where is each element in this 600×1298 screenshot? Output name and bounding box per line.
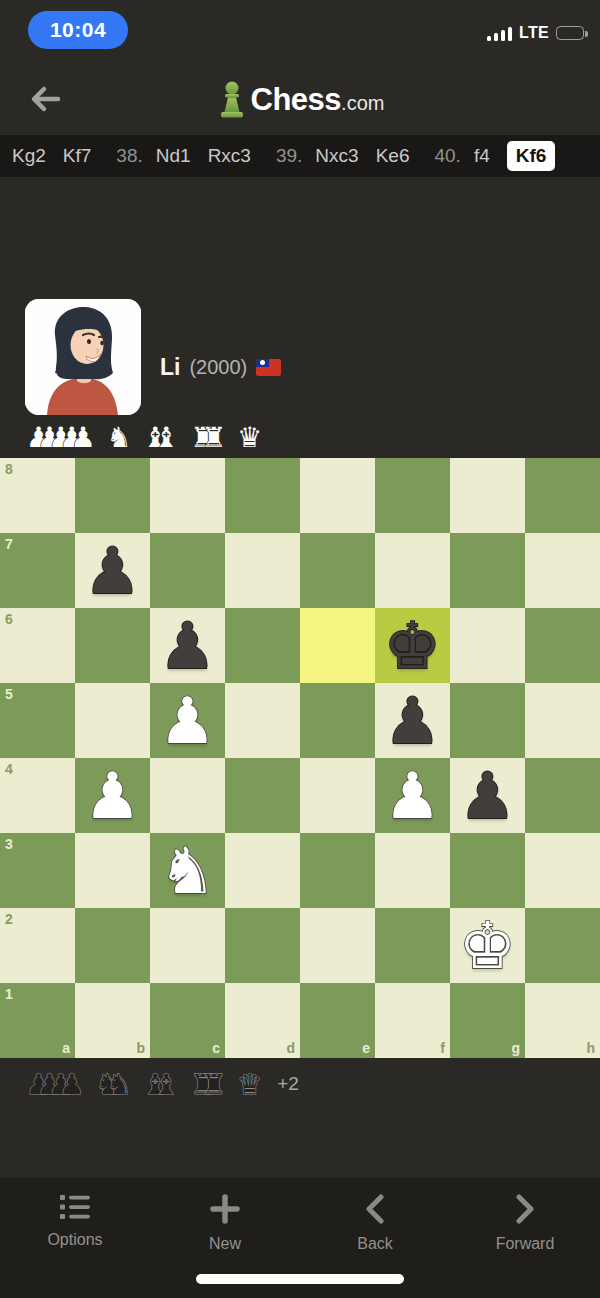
file-label-g: g [511, 1040, 520, 1056]
square-e7[interactable] [300, 533, 375, 608]
square-d4[interactable] [225, 758, 300, 833]
square-e8[interactable] [300, 458, 375, 533]
options-list-icon [60, 1194, 90, 1220]
rank-label-3: 3 [5, 836, 13, 852]
square-c8[interactable] [150, 458, 225, 533]
captured-bishop-group: ♝♝ [143, 1070, 179, 1100]
square-c3[interactable]: ♞ [150, 833, 225, 908]
move-list: Kg2Kf738.Nd1Rxc339.Nxc3Ke640.f4Kf6 [0, 135, 600, 177]
rank-label-6: 6 [5, 611, 13, 627]
home-indicator-handle[interactable] [196, 1274, 404, 1284]
app-screen: 10:04 LTE Chess .com [0, 0, 600, 1298]
square-d6[interactable] [225, 608, 300, 683]
white-knight-c3[interactable]: ♞ [150, 833, 225, 908]
logo-suffix: .com [341, 92, 384, 115]
chess-board: 87♟6♟♚5♟♟4♟♟♟3♞2♚1abcdefgh [0, 458, 600, 1058]
square-b1[interactable]: b [75, 983, 150, 1058]
white-pawn-f4[interactable]: ♟ [375, 758, 450, 833]
square-a1[interactable]: 1a [0, 983, 75, 1058]
square-e2[interactable] [300, 908, 375, 983]
square-f7[interactable] [375, 533, 450, 608]
square-b8[interactable] [75, 458, 150, 533]
captured-queen-group: ♛ [237, 1070, 262, 1100]
square-g7[interactable] [450, 533, 525, 608]
move-item[interactable]: Kf7 [63, 145, 92, 167]
square-c7[interactable] [150, 533, 225, 608]
captured-bishop-icon: ♝ [154, 1070, 179, 1100]
plus-icon [210, 1194, 240, 1224]
captured-bishop-group: ♝♝ [143, 423, 179, 453]
captured-pawn-group: ♟♟♟♟ [26, 1070, 84, 1100]
square-f6[interactable]: ♚ [375, 608, 450, 683]
chevron-right-icon [514, 1194, 536, 1224]
file-label-h: h [586, 1040, 595, 1056]
captured-queen-icon: ♛ [237, 423, 262, 453]
square-b2[interactable] [75, 908, 150, 983]
rank-label-4: 4 [5, 761, 13, 777]
square-h2[interactable] [525, 908, 600, 983]
file-label-c: c [212, 1040, 220, 1056]
status-time: 10:04 [50, 18, 106, 42]
status-time-pill: 10:04 [28, 11, 128, 49]
status-indicators: LTE [487, 24, 584, 42]
square-g4[interactable]: ♟ [450, 758, 525, 833]
white-pawn-b4[interactable]: ♟ [75, 758, 150, 833]
square-b7[interactable]: ♟ [75, 533, 150, 608]
square-e3[interactable] [300, 833, 375, 908]
back-label: Back [357, 1235, 393, 1253]
square-c4[interactable] [150, 758, 225, 833]
move-item[interactable]: f4 [474, 145, 490, 167]
captured-knight-group: ♞♞ [95, 1070, 131, 1100]
square-d7[interactable] [225, 533, 300, 608]
move-item[interactable]: 39. [276, 145, 302, 167]
file-label-b: b [136, 1040, 145, 1056]
rank-label-5: 5 [5, 686, 13, 702]
square-b6[interactable] [75, 608, 150, 683]
move-item[interactable]: Rxc3 [208, 145, 251, 167]
square-a6[interactable]: 6 [0, 608, 75, 683]
square-a3[interactable]: 3 [0, 833, 75, 908]
square-h6[interactable] [525, 608, 600, 683]
captured-pawn-icon: ♟ [59, 1070, 84, 1100]
captured-knight-group: ♞ [107, 423, 132, 453]
square-d3[interactable] [225, 833, 300, 908]
square-h3[interactable] [525, 833, 600, 908]
rank-label-8: 8 [5, 461, 13, 477]
captured-pawn-icon: ♟ [70, 423, 95, 453]
square-f5[interactable]: ♟ [375, 683, 450, 758]
square-h8[interactable] [525, 458, 600, 533]
battery-icon [556, 26, 584, 40]
captured-rook-icon: ♜ [201, 423, 226, 453]
captured-knight-icon: ♞ [107, 423, 132, 453]
taiwan-flag-icon [256, 359, 281, 376]
move-item[interactable]: Nxc3 [315, 145, 358, 167]
captured-by-white-row: ♟♟♟♟♞♞♝♝♜♜♛ +2 [26, 1068, 299, 1100]
move-item-current[interactable]: Kf6 [507, 141, 556, 171]
black-pawn-c6[interactable]: ♟ [150, 608, 225, 683]
square-h7[interactable] [525, 533, 600, 608]
captured-by-black: ♟♟♟♟♟♞♝♝♜♜♛ [26, 421, 262, 453]
chevron-left-icon [364, 1194, 386, 1224]
captured-queen-icon: ♛ [237, 1070, 262, 1100]
file-label-f: f [440, 1040, 445, 1056]
square-d2[interactable] [225, 908, 300, 983]
square-f2[interactable] [375, 908, 450, 983]
captured-bishop-icon: ♝ [154, 423, 179, 453]
square-b3[interactable] [75, 833, 150, 908]
black-pawn-f5[interactable]: ♟ [375, 683, 450, 758]
captured-queen-group: ♛ [237, 423, 262, 453]
square-a4[interactable]: 4 [0, 758, 75, 833]
player-rating: (2000) [189, 356, 247, 379]
square-g6[interactable] [450, 608, 525, 683]
square-c6[interactable]: ♟ [150, 608, 225, 683]
player-name: Li [160, 354, 180, 381]
rank-label-1: 1 [5, 986, 13, 1002]
file-label-a: a [62, 1040, 70, 1056]
black-pawn-g4[interactable]: ♟ [450, 758, 525, 833]
black-king-f6[interactable]: ♚ [375, 608, 450, 683]
captured-rook-group: ♜♜ [190, 423, 226, 453]
pawn-logo-icon [216, 78, 248, 120]
square-g5[interactable] [450, 683, 525, 758]
forward-label: Forward [496, 1235, 555, 1253]
options-label: Options [47, 1231, 102, 1249]
square-h5[interactable] [525, 683, 600, 758]
square-f8[interactable] [375, 458, 450, 533]
rank-label-7: 7 [5, 536, 13, 552]
square-e1[interactable]: e [300, 983, 375, 1058]
square-a2[interactable]: 2 [0, 908, 75, 983]
captured-pawn-group: ♟♟♟♟♟ [26, 423, 96, 453]
square-d5[interactable] [225, 683, 300, 758]
avatar[interactable] [25, 299, 141, 415]
captured-rook-group: ♜♜ [190, 1070, 226, 1100]
signal-strength-icon [487, 26, 513, 41]
black-pawn-b7[interactable]: ♟ [75, 533, 150, 608]
captured-by-white: ♟♟♟♟♞♞♝♝♜♜♛ [26, 1070, 262, 1100]
new-label: New [209, 1235, 241, 1253]
move-item[interactable]: 40. [434, 145, 460, 167]
square-c2[interactable] [150, 908, 225, 983]
square-e4[interactable] [300, 758, 375, 833]
square-f1[interactable]: f [375, 983, 450, 1058]
square-h4[interactable] [525, 758, 600, 833]
rank-label-2: 2 [5, 911, 13, 927]
square-d8[interactable] [225, 458, 300, 533]
square-e5[interactable] [300, 683, 375, 758]
move-item[interactable]: Ke6 [376, 145, 410, 167]
square-g3[interactable] [450, 833, 525, 908]
square-c5[interactable]: ♟ [150, 683, 225, 758]
forward-move-button[interactable]: Forward [450, 1178, 600, 1298]
square-b5[interactable] [75, 683, 150, 758]
white-pawn-c5[interactable]: ♟ [150, 683, 225, 758]
logo-text: Chess [251, 82, 342, 118]
captured-rook-icon: ♜ [201, 1070, 226, 1100]
square-f3[interactable] [375, 833, 450, 908]
options-button[interactable]: Options [0, 1178, 150, 1298]
file-label-d: d [286, 1040, 295, 1056]
network-type-label: LTE [519, 24, 549, 42]
square-a8[interactable]: 8 [0, 458, 75, 533]
square-d1[interactable]: d [225, 983, 300, 1058]
square-a5[interactable]: 5 [0, 683, 75, 758]
move-item[interactable]: Kg2 [12, 145, 46, 167]
square-b4[interactable]: ♟ [75, 758, 150, 833]
square-e6[interactable] [300, 608, 375, 683]
chesscom-logo: Chess .com [0, 74, 600, 126]
square-f4[interactable]: ♟ [375, 758, 450, 833]
square-h1[interactable]: h [525, 983, 600, 1058]
file-label-e: e [362, 1040, 370, 1056]
captured-knight-icon: ♞ [107, 1070, 132, 1100]
move-item[interactable]: Nd1 [156, 145, 191, 167]
white-king-g2[interactable]: ♚ [450, 908, 525, 983]
square-g2[interactable]: ♚ [450, 908, 525, 983]
material-advantage: +2 [277, 1073, 299, 1095]
player-info: Li (2000) [160, 352, 281, 382]
square-c1[interactable]: c [150, 983, 225, 1058]
square-g1[interactable]: g [450, 983, 525, 1058]
square-a7[interactable]: 7 [0, 533, 75, 608]
square-g8[interactable] [450, 458, 525, 533]
move-item[interactable]: 38. [116, 145, 142, 167]
